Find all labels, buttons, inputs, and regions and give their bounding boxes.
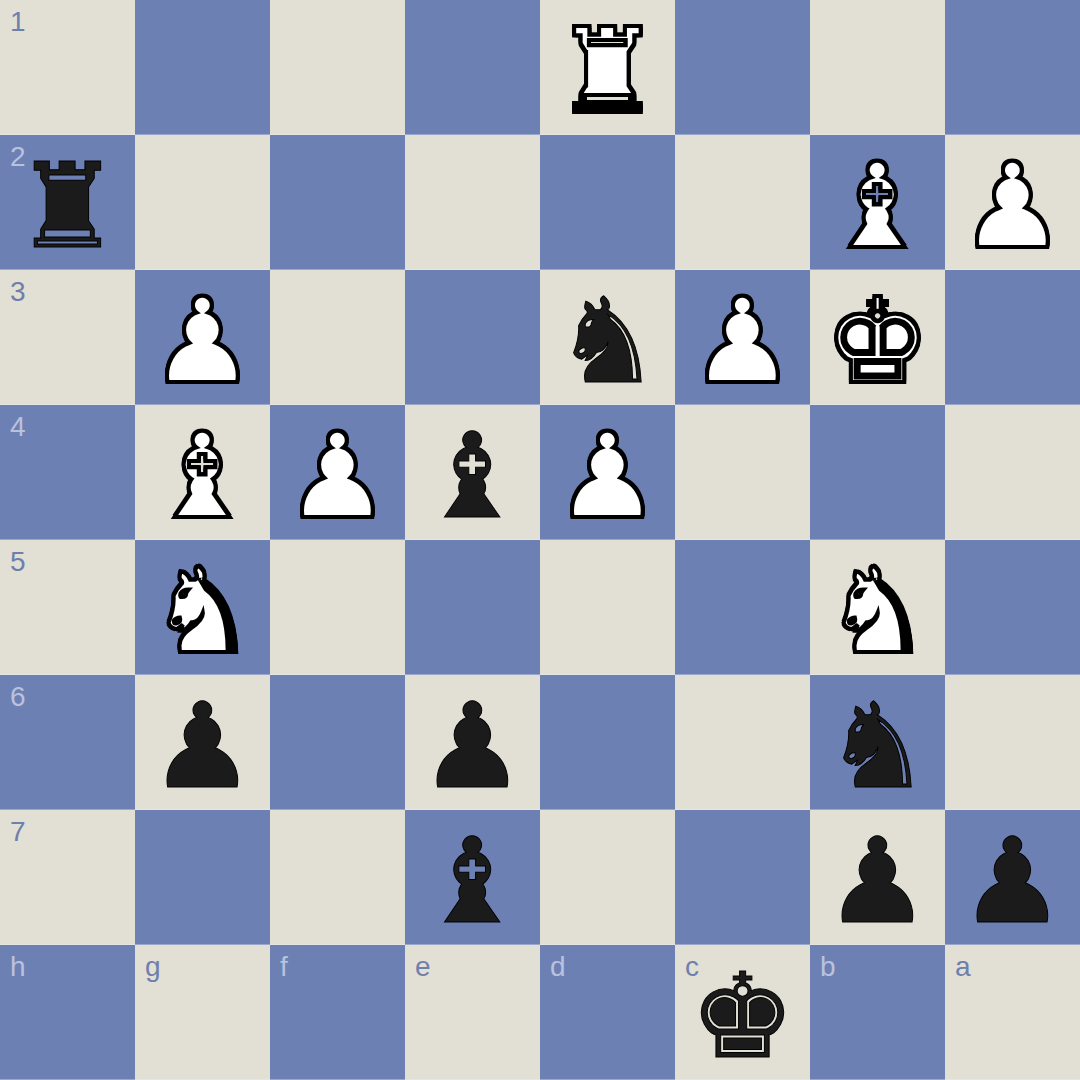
piece-black-bishop-e4[interactable]: ♝ — [420, 417, 526, 535]
square-c1[interactable] — [675, 0, 810, 135]
square-a1[interactable] — [945, 0, 1080, 135]
square-c8[interactable]: c♚ — [675, 945, 810, 1080]
square-f4[interactable]: ♟ — [270, 405, 405, 540]
piece-white-pawn-c3[interactable]: ♟ — [690, 282, 796, 400]
square-f5[interactable] — [270, 540, 405, 675]
square-a6[interactable] — [945, 675, 1080, 810]
file-label-g: g — [145, 953, 161, 981]
square-e7[interactable]: ♝ — [405, 810, 540, 945]
file-label-h: h — [10, 953, 26, 981]
square-a8[interactable]: a — [945, 945, 1080, 1080]
square-h7[interactable]: 7 — [0, 810, 135, 945]
square-h5[interactable]: 5 — [0, 540, 135, 675]
file-label-e: e — [415, 953, 431, 981]
square-b4[interactable] — [810, 405, 945, 540]
square-d1[interactable]: ♜ — [540, 0, 675, 135]
square-c4[interactable] — [675, 405, 810, 540]
piece-black-knight-b6[interactable]: ♞ — [825, 687, 931, 805]
square-g5[interactable]: ♞ — [135, 540, 270, 675]
square-e3[interactable] — [405, 270, 540, 405]
square-b6[interactable]: ♞ — [810, 675, 945, 810]
square-a3[interactable] — [945, 270, 1080, 405]
square-d7[interactable] — [540, 810, 675, 945]
piece-black-pawn-e6[interactable]: ♟ — [420, 687, 526, 805]
piece-white-pawn-a2[interactable]: ♟ — [960, 147, 1066, 265]
square-h8[interactable]: h — [0, 945, 135, 1080]
square-g8[interactable]: g — [135, 945, 270, 1080]
square-e1[interactable] — [405, 0, 540, 135]
piece-white-pawn-g3[interactable]: ♟ — [150, 282, 256, 400]
piece-white-knight-b5[interactable]: ♞ — [825, 552, 931, 670]
square-b7[interactable]: ♟ — [810, 810, 945, 945]
square-b8[interactable]: b — [810, 945, 945, 1080]
square-b3[interactable]: ♚ — [810, 270, 945, 405]
square-a2[interactable]: ♟ — [945, 135, 1080, 270]
square-a4[interactable] — [945, 405, 1080, 540]
square-g2[interactable] — [135, 135, 270, 270]
square-h2[interactable]: 2♜ — [0, 135, 135, 270]
square-c3[interactable]: ♟ — [675, 270, 810, 405]
square-h4[interactable]: 4 — [0, 405, 135, 540]
square-e2[interactable] — [405, 135, 540, 270]
rank-label-4: 4 — [10, 413, 26, 441]
square-e5[interactable] — [405, 540, 540, 675]
square-f8[interactable]: f — [270, 945, 405, 1080]
rank-label-1: 1 — [10, 8, 26, 36]
piece-black-pawn-a7[interactable]: ♟ — [960, 822, 1066, 940]
square-c2[interactable] — [675, 135, 810, 270]
file-label-d: d — [550, 953, 566, 981]
piece-white-pawn-f4[interactable]: ♟ — [285, 417, 391, 535]
square-c5[interactable] — [675, 540, 810, 675]
square-d8[interactable]: d — [540, 945, 675, 1080]
piece-black-bishop-e7[interactable]: ♝ — [420, 822, 526, 940]
square-d5[interactable] — [540, 540, 675, 675]
rank-label-3: 3 — [10, 278, 26, 306]
square-b5[interactable]: ♞ — [810, 540, 945, 675]
square-f7[interactable] — [270, 810, 405, 945]
square-e4[interactable]: ♝ — [405, 405, 540, 540]
square-f3[interactable] — [270, 270, 405, 405]
square-c7[interactable] — [675, 810, 810, 945]
square-g3[interactable]: ♟ — [135, 270, 270, 405]
square-f6[interactable] — [270, 675, 405, 810]
square-h6[interactable]: 6 — [0, 675, 135, 810]
piece-white-pawn-d4[interactable]: ♟ — [555, 417, 661, 535]
piece-white-king-b3[interactable]: ♚ — [825, 282, 931, 400]
square-a7[interactable]: ♟ — [945, 810, 1080, 945]
file-label-a: a — [955, 953, 971, 981]
square-b2[interactable]: ♝ — [810, 135, 945, 270]
chess-board: 1♜2♜♝♟3♟♞♟♚4♝♟♝♟5♞♞6♟♟♞7♝♟♟hgfedc♚ba — [0, 0, 1080, 1080]
square-e6[interactable]: ♟ — [405, 675, 540, 810]
square-h3[interactable]: 3 — [0, 270, 135, 405]
square-g1[interactable] — [135, 0, 270, 135]
square-h1[interactable]: 1 — [0, 0, 135, 135]
square-e8[interactable]: e — [405, 945, 540, 1080]
piece-white-knight-g5[interactable]: ♞ — [150, 552, 256, 670]
square-c6[interactable] — [675, 675, 810, 810]
piece-black-knight-d3[interactable]: ♞ — [555, 282, 661, 400]
square-d6[interactable] — [540, 675, 675, 810]
piece-black-pawn-b7[interactable]: ♟ — [825, 822, 931, 940]
piece-white-rook-d1[interactable]: ♜ — [555, 12, 661, 130]
square-d4[interactable]: ♟ — [540, 405, 675, 540]
square-d3[interactable]: ♞ — [540, 270, 675, 405]
square-b1[interactable] — [810, 0, 945, 135]
file-label-f: f — [280, 953, 288, 981]
square-g6[interactable]: ♟ — [135, 675, 270, 810]
rank-label-6: 6 — [10, 683, 26, 711]
piece-white-bishop-b2[interactable]: ♝ — [825, 147, 931, 265]
rank-label-7: 7 — [10, 818, 26, 846]
piece-black-rook-h2[interactable]: ♜ — [15, 147, 121, 265]
square-a5[interactable] — [945, 540, 1080, 675]
piece-black-king-c8[interactable]: ♚ — [690, 957, 796, 1075]
square-f2[interactable] — [270, 135, 405, 270]
piece-black-pawn-g6[interactable]: ♟ — [150, 687, 256, 805]
square-g4[interactable]: ♝ — [135, 405, 270, 540]
file-label-b: b — [820, 953, 836, 981]
square-g7[interactable] — [135, 810, 270, 945]
square-d2[interactable] — [540, 135, 675, 270]
square-f1[interactable] — [270, 0, 405, 135]
rank-label-5: 5 — [10, 548, 26, 576]
piece-white-bishop-g4[interactable]: ♝ — [150, 417, 256, 535]
